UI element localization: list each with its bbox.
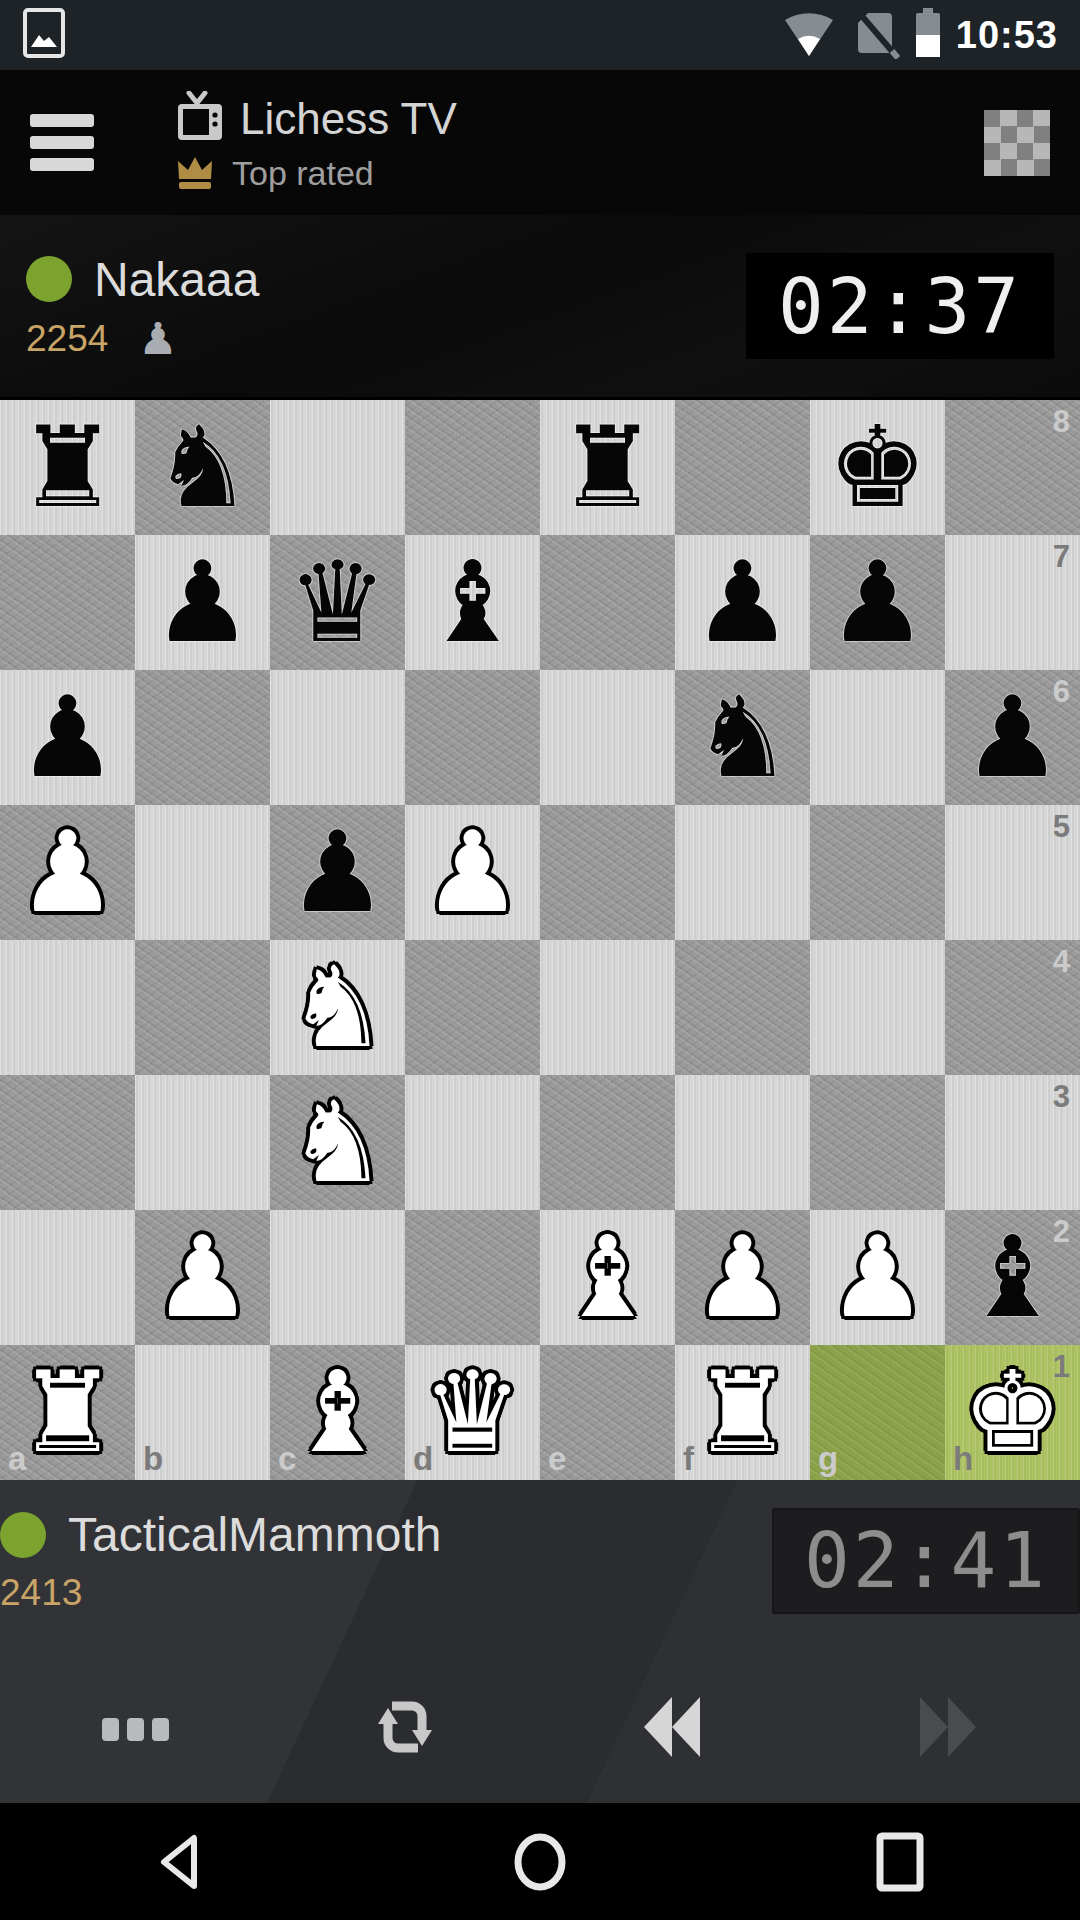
tv-icon <box>174 91 226 147</box>
piece-black-pawn: ♟ <box>827 535 927 670</box>
square-d4[interactable] <box>405 940 540 1075</box>
more-options-icon <box>102 1718 169 1741</box>
top-player-rating: 2254 <box>26 318 108 360</box>
square-b2[interactable]: ♟ <box>135 1210 270 1345</box>
square-g4[interactable] <box>810 940 945 1075</box>
square-d5[interactable]: ♟ <box>405 805 540 940</box>
square-e4[interactable] <box>540 940 675 1075</box>
square-d2[interactable] <box>405 1210 540 1345</box>
backward-button[interactable] <box>540 1689 810 1769</box>
square-c2[interactable] <box>270 1210 405 1345</box>
rank-coordinate: 2 <box>1053 1214 1070 1250</box>
square-b4[interactable] <box>135 940 270 1075</box>
square-g2[interactable]: ♟ <box>810 1210 945 1345</box>
square-a2[interactable] <box>0 1210 135 1345</box>
square-g6[interactable] <box>810 670 945 805</box>
file-coordinate: e <box>548 1440 566 1478</box>
top-player-bar: Nakaaa 2254 ♟ 02:37 <box>0 215 1080 397</box>
square-b8[interactable]: ♞ <box>135 400 270 535</box>
rank-coordinate: 1 <box>1053 1349 1070 1385</box>
square-f4[interactable] <box>675 940 810 1075</box>
square-f6[interactable]: ♞ <box>675 670 810 805</box>
square-h6[interactable]: ♟6 <box>945 670 1080 805</box>
android-status-bar: 10:53 <box>0 0 1080 70</box>
bottom-player-name[interactable]: TacticalMammoth <box>68 1507 441 1562</box>
square-e5[interactable] <box>540 805 675 940</box>
status-time: 10:53 <box>956 14 1058 57</box>
bottom-player-rating: 2413 <box>0 1572 82 1614</box>
square-e2[interactable]: ♝ <box>540 1210 675 1345</box>
square-h8[interactable]: 8 <box>945 400 1080 535</box>
file-coordinate: f <box>683 1440 694 1478</box>
channel-label: Top rated <box>232 154 374 193</box>
square-h2[interactable]: ♝2 <box>945 1210 1080 1345</box>
square-h4[interactable]: 4 <box>945 940 1080 1075</box>
rank-coordinate: 3 <box>1053 1079 1070 1115</box>
square-d3[interactable] <box>405 1075 540 1210</box>
square-f3[interactable] <box>675 1075 810 1210</box>
file-coordinate: d <box>413 1440 433 1478</box>
square-c8[interactable] <box>270 400 405 535</box>
square-c6[interactable] <box>270 670 405 805</box>
square-f7[interactable]: ♟ <box>675 535 810 670</box>
forward-button[interactable] <box>810 1689 1080 1769</box>
piece-black-pawn: ♟ <box>152 535 252 670</box>
square-g3[interactable] <box>810 1075 945 1210</box>
square-h5[interactable]: 5 <box>945 805 1080 940</box>
wifi-icon <box>782 8 836 62</box>
square-c7[interactable]: ♛ <box>270 535 405 670</box>
rank-coordinate: 7 <box>1053 539 1070 575</box>
piece-black-rook: ♜ <box>557 400 657 535</box>
top-player-name[interactable]: Nakaaa <box>94 252 259 307</box>
piece-white-knight: ♞ <box>287 940 387 1075</box>
square-h1[interactable]: ♚1h <box>945 1345 1080 1480</box>
piece-white-rook: ♜ <box>17 1345 117 1480</box>
square-b1[interactable]: b <box>135 1345 270 1480</box>
square-g8[interactable]: ♚ <box>810 400 945 535</box>
chess-board[interactable]: ♜♞♜♚8♟♛♝♟♟7♟♞♟6♟♟♟5♞4♞3♟♝♟♟♝2♜ab♝c♛de♜fg… <box>0 397 1080 1477</box>
square-e8[interactable]: ♜ <box>540 400 675 535</box>
square-c4[interactable]: ♞ <box>270 940 405 1075</box>
page-title: Lichess TV <box>240 94 457 144</box>
square-a4[interactable] <box>0 940 135 1075</box>
screen: 10:53 Lichess TV <box>0 0 1080 1920</box>
rank-coordinate: 6 <box>1053 674 1070 710</box>
back-icon <box>154 1832 206 1892</box>
piece-white-bishop: ♝ <box>287 1345 387 1480</box>
game-toolbar <box>0 1689 1080 1803</box>
square-a1[interactable]: ♜a <box>0 1345 135 1480</box>
square-a7[interactable] <box>0 535 135 670</box>
piece-white-queen: ♛ <box>422 1345 522 1480</box>
piece-black-pawn: ♟ <box>17 670 117 805</box>
piece-white-pawn: ♟ <box>827 1210 927 1345</box>
back-button[interactable] <box>0 1832 360 1892</box>
home-icon <box>510 1832 570 1892</box>
menu-button[interactable] <box>30 114 94 171</box>
square-b3[interactable] <box>135 1075 270 1210</box>
top-player-clock: 02:37 <box>746 253 1054 359</box>
square-e6[interactable] <box>540 670 675 805</box>
crown-icon <box>174 153 216 195</box>
piece-black-pawn: ♟ <box>692 535 792 670</box>
battery-icon <box>914 8 942 62</box>
piece-black-rook: ♜ <box>17 400 117 535</box>
recents-button[interactable] <box>720 1831 1080 1893</box>
file-coordinate: c <box>278 1440 296 1478</box>
flip-board-icon <box>376 1692 434 1766</box>
piece-white-rook: ♜ <box>692 1345 792 1480</box>
file-coordinate: b <box>143 1440 163 1478</box>
backward-icon <box>638 1695 712 1763</box>
home-button[interactable] <box>360 1832 720 1892</box>
square-d1[interactable]: ♛d <box>405 1345 540 1480</box>
recents-icon <box>872 1831 928 1893</box>
rank-coordinate: 8 <box>1053 404 1070 440</box>
piece-black-king: ♚ <box>827 400 927 535</box>
square-f1[interactable]: ♜f <box>675 1345 810 1480</box>
file-coordinate: h <box>953 1440 973 1478</box>
piece-white-bishop: ♝ <box>557 1210 657 1345</box>
square-b7[interactable]: ♟ <box>135 535 270 670</box>
square-g7[interactable]: ♟ <box>810 535 945 670</box>
app-header: Lichess TV Top rated <box>0 70 1080 215</box>
rank-coordinate: 4 <box>1053 944 1070 980</box>
piece-black-bishop: ♝ <box>962 1210 1062 1345</box>
piece-white-knight: ♞ <box>287 1075 387 1210</box>
piece-black-queen: ♛ <box>287 535 387 670</box>
board-thumbnail-icon[interactable] <box>984 110 1050 176</box>
square-b6[interactable] <box>135 670 270 805</box>
square-h7[interactable]: 7 <box>945 535 1080 670</box>
square-e1[interactable]: e <box>540 1345 675 1480</box>
square-a5[interactable]: ♟ <box>0 805 135 940</box>
piece-black-pawn: ♟ <box>287 805 387 940</box>
square-e7[interactable] <box>540 535 675 670</box>
side-to-move-pawn-icon: ♟ <box>138 317 177 361</box>
square-b5[interactable] <box>135 805 270 940</box>
piece-black-knight: ♞ <box>152 400 252 535</box>
square-e3[interactable] <box>540 1075 675 1210</box>
square-d6[interactable] <box>405 670 540 805</box>
piece-white-pawn: ♟ <box>692 1210 792 1345</box>
square-a3[interactable] <box>0 1075 135 1210</box>
square-f2[interactable]: ♟ <box>675 1210 810 1345</box>
android-nav-bar <box>0 1803 1080 1920</box>
square-f5[interactable] <box>675 805 810 940</box>
square-f8[interactable] <box>675 400 810 535</box>
piece-black-knight: ♞ <box>692 670 792 805</box>
bottom-player-clock: 02:41 <box>772 1508 1080 1614</box>
forward-icon <box>908 1695 982 1763</box>
piece-white-pawn: ♟ <box>152 1210 252 1345</box>
square-a6[interactable]: ♟ <box>0 670 135 805</box>
piece-white-pawn: ♟ <box>17 805 117 940</box>
file-coordinate: a <box>8 1440 26 1478</box>
square-c5[interactable]: ♟ <box>270 805 405 940</box>
online-indicator <box>26 256 72 302</box>
online-indicator <box>0 1512 46 1558</box>
square-h3[interactable]: 3 <box>945 1075 1080 1210</box>
no-sim-icon <box>850 7 900 63</box>
square-c3[interactable]: ♞ <box>270 1075 405 1210</box>
square-g5[interactable] <box>810 805 945 940</box>
more-options-button[interactable] <box>0 1689 270 1769</box>
square-g1[interactable]: g <box>810 1345 945 1480</box>
flip-board-button[interactable] <box>270 1689 540 1769</box>
square-d8[interactable] <box>405 400 540 535</box>
bottom-player-bar: TacticalMammoth 2413 02:41 <box>0 1477 1080 1803</box>
piece-black-pawn: ♟ <box>962 670 1062 805</box>
piece-white-king: ♚ <box>962 1345 1062 1480</box>
piece-white-pawn: ♟ <box>422 805 522 940</box>
square-a8[interactable]: ♜ <box>0 400 135 535</box>
file-coordinate: g <box>818 1440 838 1478</box>
square-d7[interactable]: ♝ <box>405 535 540 670</box>
piece-black-bishop: ♝ <box>422 535 522 670</box>
screenshot-icon <box>22 7 66 63</box>
rank-coordinate: 5 <box>1053 809 1070 845</box>
square-c1[interactable]: ♝c <box>270 1345 405 1480</box>
